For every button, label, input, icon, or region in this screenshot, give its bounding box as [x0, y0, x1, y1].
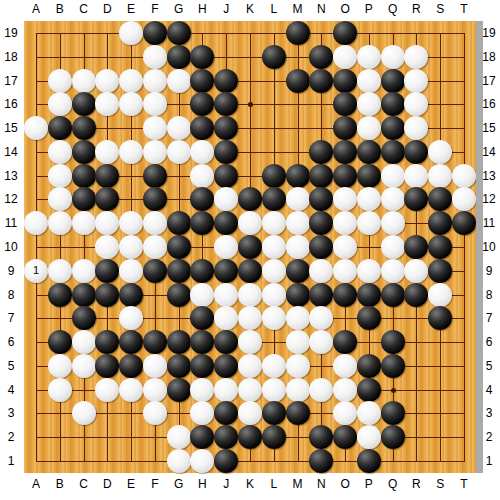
black-stone[interactable]: [143, 330, 167, 354]
column-label-top: A: [32, 2, 40, 16]
black-stone[interactable]: [309, 164, 333, 188]
white-stone[interactable]: [404, 92, 428, 116]
black-stone[interactable]: [452, 211, 476, 235]
black-stone[interactable]: [357, 140, 381, 164]
white-stone[interactable]: [48, 187, 72, 211]
black-stone[interactable]: [309, 449, 333, 473]
white-stone[interactable]: [333, 45, 357, 69]
black-stone[interactable]: [357, 449, 381, 473]
white-stone[interactable]: [167, 116, 191, 140]
black-stone[interactable]: [214, 211, 238, 235]
white-stone[interactable]: [48, 69, 72, 93]
black-stone[interactable]: [333, 116, 357, 140]
white-stone[interactable]: [190, 378, 214, 402]
black-stone[interactable]: [214, 259, 238, 283]
black-stone[interactable]: [357, 354, 381, 378]
white-stone[interactable]: [190, 164, 214, 188]
black-stone[interactable]: [167, 21, 191, 45]
black-stone[interactable]: [333, 140, 357, 164]
go-game-screenshot: 1 AABBCCDDEEFFGGHHJJKKLLMMNNOOPPQQRRSSTT…: [0, 0, 500, 500]
column-label-bottom: L: [270, 477, 277, 491]
black-stone[interactable]: [309, 425, 333, 449]
hoshi-point: [391, 388, 396, 393]
black-stone[interactable]: [381, 69, 405, 93]
white-stone[interactable]: [95, 211, 119, 235]
black-stone[interactable]: [190, 425, 214, 449]
black-stone[interactable]: [190, 306, 214, 330]
black-stone[interactable]: [119, 354, 143, 378]
white-stone[interactable]: [262, 306, 286, 330]
white-stone[interactable]: [190, 401, 214, 425]
black-stone[interactable]: [238, 425, 262, 449]
row-label-left: 17: [4, 74, 17, 88]
white-stone[interactable]: [357, 187, 381, 211]
black-stone[interactable]: [72, 283, 96, 307]
column-label-top: L: [270, 2, 277, 16]
white-stone[interactable]: [167, 425, 191, 449]
white-stone[interactable]: [309, 330, 333, 354]
black-stone[interactable]: [309, 283, 333, 307]
marked-stone-move-1[interactable]: 1: [24, 259, 48, 283]
black-stone[interactable]: [167, 378, 191, 402]
white-stone[interactable]: [357, 69, 381, 93]
white-stone[interactable]: [143, 116, 167, 140]
black-stone[interactable]: [214, 401, 238, 425]
white-stone[interactable]: [286, 187, 310, 211]
black-stone[interactable]: [167, 354, 191, 378]
white-stone[interactable]: [381, 235, 405, 259]
black-stone[interactable]: [190, 354, 214, 378]
black-stone[interactable]: [357, 378, 381, 402]
white-stone[interactable]: [119, 306, 143, 330]
row-label-left: 3: [8, 406, 15, 420]
black-stone[interactable]: [95, 354, 119, 378]
white-stone[interactable]: [381, 45, 405, 69]
black-stone[interactable]: [262, 45, 286, 69]
white-stone[interactable]: [238, 354, 262, 378]
black-stone[interactable]: [262, 425, 286, 449]
black-stone[interactable]: [72, 116, 96, 140]
white-stone[interactable]: [214, 283, 238, 307]
black-stone[interactable]: [333, 283, 357, 307]
white-stone[interactable]: [95, 140, 119, 164]
white-stone[interactable]: [72, 259, 96, 283]
black-stone[interactable]: [428, 259, 452, 283]
black-stone[interactable]: [381, 354, 405, 378]
white-stone[interactable]: [357, 401, 381, 425]
white-stone[interactable]: [143, 211, 167, 235]
column-label-bottom: G: [174, 477, 183, 491]
black-stone[interactable]: [143, 164, 167, 188]
white-stone[interactable]: [167, 69, 191, 93]
black-stone[interactable]: [333, 69, 357, 93]
black-stone[interactable]: [214, 354, 238, 378]
black-stone[interactable]: [428, 235, 452, 259]
black-stone[interactable]: [190, 92, 214, 116]
black-stone[interactable]: [262, 164, 286, 188]
black-stone[interactable]: [167, 235, 191, 259]
white-stone[interactable]: [333, 235, 357, 259]
black-stone[interactable]: [428, 187, 452, 211]
black-stone[interactable]: [357, 164, 381, 188]
white-stone[interactable]: [238, 401, 262, 425]
white-stone[interactable]: [119, 92, 143, 116]
white-stone[interactable]: [214, 306, 238, 330]
row-label-left: 16: [4, 97, 17, 111]
white-stone[interactable]: [238, 283, 262, 307]
black-stone[interactable]: [95, 164, 119, 188]
white-stone[interactable]: [309, 306, 333, 330]
white-stone[interactable]: [357, 425, 381, 449]
white-stone[interactable]: [190, 140, 214, 164]
grid-line-horizontal: [36, 461, 465, 462]
row-label-left: 12: [4, 192, 17, 206]
row-label-left: 10: [4, 240, 17, 254]
white-stone[interactable]: [48, 378, 72, 402]
column-label-bottom: R: [412, 477, 421, 491]
white-stone[interactable]: [119, 259, 143, 283]
white-stone[interactable]: [381, 164, 405, 188]
white-stone[interactable]: [428, 283, 452, 307]
black-stone[interactable]: [190, 330, 214, 354]
column-label-bottom: K: [246, 477, 254, 491]
white-stone[interactable]: [452, 187, 476, 211]
white-stone[interactable]: [119, 140, 143, 164]
white-stone[interactable]: [286, 378, 310, 402]
column-label-top: H: [198, 2, 207, 16]
black-stone[interactable]: [309, 140, 333, 164]
white-stone[interactable]: [214, 187, 238, 211]
row-label-right: 1: [486, 454, 493, 468]
black-stone[interactable]: [48, 330, 72, 354]
white-stone[interactable]: [381, 211, 405, 235]
white-stone[interactable]: [119, 235, 143, 259]
white-stone[interactable]: [24, 116, 48, 140]
row-label-left: 11: [5, 216, 17, 230]
white-stone[interactable]: [48, 140, 72, 164]
white-stone[interactable]: [190, 449, 214, 473]
black-stone[interactable]: [214, 92, 238, 116]
black-stone[interactable]: [286, 21, 310, 45]
black-stone[interactable]: [214, 140, 238, 164]
white-stone[interactable]: [333, 354, 357, 378]
column-label-top: T: [460, 2, 467, 16]
black-stone[interactable]: [143, 21, 167, 45]
black-stone[interactable]: [95, 330, 119, 354]
black-stone[interactable]: [72, 164, 96, 188]
black-stone[interactable]: [286, 69, 310, 93]
black-stone[interactable]: [119, 330, 143, 354]
white-stone[interactable]: [167, 140, 191, 164]
black-stone[interactable]: [286, 259, 310, 283]
white-stone[interactable]: [48, 211, 72, 235]
row-label-right: 18: [482, 50, 495, 64]
row-label-left: 6: [8, 335, 15, 349]
black-stone[interactable]: [381, 401, 405, 425]
row-label-right: 3: [486, 406, 493, 420]
white-stone[interactable]: [143, 235, 167, 259]
black-stone[interactable]: [190, 187, 214, 211]
black-stone[interactable]: [95, 259, 119, 283]
black-stone[interactable]: [333, 92, 357, 116]
row-label-right: 4: [486, 383, 493, 397]
white-stone[interactable]: [286, 354, 310, 378]
white-stone[interactable]: [48, 259, 72, 283]
white-stone[interactable]: [286, 330, 310, 354]
white-stone[interactable]: [143, 140, 167, 164]
black-stone[interactable]: [214, 449, 238, 473]
row-label-left: 8: [8, 288, 15, 302]
black-stone[interactable]: [428, 211, 452, 235]
white-stone[interactable]: [143, 378, 167, 402]
white-stone[interactable]: [72, 69, 96, 93]
black-stone[interactable]: [238, 187, 262, 211]
white-stone[interactable]: [357, 116, 381, 140]
white-stone[interactable]: [381, 259, 405, 283]
column-label-bottom: M: [293, 477, 303, 491]
white-stone[interactable]: [143, 69, 167, 93]
white-stone[interactable]: [309, 378, 333, 402]
white-stone[interactable]: [72, 354, 96, 378]
row-label-left: 9: [8, 264, 15, 278]
white-stone[interactable]: [95, 92, 119, 116]
black-stone[interactable]: [238, 235, 262, 259]
white-stone[interactable]: [119, 69, 143, 93]
white-stone[interactable]: [119, 21, 143, 45]
black-stone[interactable]: [309, 45, 333, 69]
white-stone[interactable]: [428, 164, 452, 188]
white-stone[interactable]: [357, 92, 381, 116]
black-stone[interactable]: [286, 283, 310, 307]
black-stone[interactable]: [381, 92, 405, 116]
row-label-left: 14: [4, 145, 17, 159]
black-stone[interactable]: [381, 116, 405, 140]
black-stone[interactable]: [238, 259, 262, 283]
black-stone[interactable]: [381, 140, 405, 164]
white-stone[interactable]: [72, 330, 96, 354]
white-stone[interactable]: [24, 211, 48, 235]
black-stone[interactable]: [214, 425, 238, 449]
black-stone[interactable]: [309, 187, 333, 211]
white-stone[interactable]: [143, 45, 167, 69]
white-stone[interactable]: [333, 378, 357, 402]
black-stone[interactable]: [48, 283, 72, 307]
white-stone[interactable]: [119, 211, 143, 235]
black-stone[interactable]: [357, 283, 381, 307]
black-stone[interactable]: [48, 116, 72, 140]
row-label-right: 8: [486, 288, 493, 302]
row-label-right: 2: [486, 430, 493, 444]
black-stone[interactable]: [214, 330, 238, 354]
column-label-bottom: O: [340, 477, 349, 491]
black-stone[interactable]: [357, 306, 381, 330]
white-stone[interactable]: [333, 187, 357, 211]
black-stone[interactable]: [333, 164, 357, 188]
black-stone[interactable]: [404, 140, 428, 164]
black-stone[interactable]: [333, 21, 357, 45]
black-stone[interactable]: [72, 306, 96, 330]
white-stone[interactable]: [404, 116, 428, 140]
black-stone[interactable]: [214, 69, 238, 93]
white-stone[interactable]: [72, 401, 96, 425]
black-stone[interactable]: [72, 140, 96, 164]
black-stone[interactable]: [428, 306, 452, 330]
black-stone[interactable]: [190, 45, 214, 69]
white-stone[interactable]: [143, 401, 167, 425]
black-stone[interactable]: [333, 425, 357, 449]
row-label-right: 5: [486, 359, 493, 373]
white-stone[interactable]: [404, 259, 428, 283]
row-label-left: 13: [4, 169, 17, 183]
white-stone[interactable]: [357, 259, 381, 283]
white-stone[interactable]: [95, 69, 119, 93]
black-stone[interactable]: [214, 164, 238, 188]
white-stone[interactable]: [262, 235, 286, 259]
black-stone[interactable]: [72, 187, 96, 211]
white-stone[interactable]: [262, 259, 286, 283]
black-stone[interactable]: [286, 401, 310, 425]
row-label-left: 7: [8, 311, 15, 325]
column-label-top: G: [174, 2, 183, 16]
white-stone[interactable]: [143, 354, 167, 378]
black-stone[interactable]: [381, 330, 405, 354]
column-label-top: O: [340, 2, 349, 16]
white-stone[interactable]: [143, 92, 167, 116]
white-stone[interactable]: [404, 45, 428, 69]
white-stone[interactable]: [119, 378, 143, 402]
black-stone[interactable]: [190, 259, 214, 283]
column-label-bottom: B: [56, 477, 64, 491]
white-stone[interactable]: [262, 354, 286, 378]
black-stone[interactable]: [167, 211, 191, 235]
white-stone[interactable]: [238, 306, 262, 330]
column-label-bottom: P: [365, 477, 373, 491]
column-label-bottom: A: [32, 477, 40, 491]
black-stone[interactable]: [262, 401, 286, 425]
white-stone[interactable]: [48, 164, 72, 188]
black-stone[interactable]: [119, 283, 143, 307]
column-label-bottom: Q: [388, 477, 397, 491]
column-label-top: D: [103, 2, 112, 16]
white-stone[interactable]: [333, 211, 357, 235]
white-stone[interactable]: [333, 259, 357, 283]
white-stone[interactable]: [381, 187, 405, 211]
black-stone[interactable]: [190, 211, 214, 235]
column-label-bottom: F: [151, 477, 158, 491]
black-stone[interactable]: [381, 425, 405, 449]
white-stone[interactable]: [333, 401, 357, 425]
white-stone[interactable]: [167, 449, 191, 473]
black-stone[interactable]: [286, 164, 310, 188]
column-label-top: E: [127, 2, 135, 16]
white-stone[interactable]: [286, 211, 310, 235]
black-stone[interactable]: [190, 116, 214, 140]
row-label-left: 1: [8, 454, 15, 468]
white-stone[interactable]: [238, 330, 262, 354]
column-label-top: P: [365, 2, 373, 16]
black-stone[interactable]: [309, 211, 333, 235]
column-label-bottom: E: [127, 477, 135, 491]
row-label-right: 19: [482, 26, 495, 40]
white-stone[interactable]: [404, 69, 428, 93]
black-stone[interactable]: [72, 92, 96, 116]
black-stone[interactable]: [404, 283, 428, 307]
row-label-left: 19: [4, 26, 17, 40]
white-stone[interactable]: [214, 235, 238, 259]
white-stone[interactable]: [262, 211, 286, 235]
column-label-top: S: [436, 2, 444, 16]
row-label-right: 12: [482, 192, 495, 206]
black-stone[interactable]: [214, 116, 238, 140]
white-stone[interactable]: [452, 164, 476, 188]
black-stone[interactable]: [167, 45, 191, 69]
white-stone[interactable]: [190, 283, 214, 307]
black-stone[interactable]: [95, 283, 119, 307]
black-stone[interactable]: [143, 187, 167, 211]
white-stone[interactable]: [309, 259, 333, 283]
row-label-left: 2: [8, 430, 15, 444]
white-stone[interactable]: [428, 140, 452, 164]
row-label-right: 17: [482, 74, 495, 88]
column-label-top: C: [79, 2, 88, 16]
column-label-top: N: [317, 2, 326, 16]
column-label-bottom: N: [317, 477, 326, 491]
row-label-right: 11: [483, 216, 495, 230]
column-label-bottom: C: [79, 477, 88, 491]
hoshi-point: [248, 102, 253, 107]
black-stone[interactable]: [167, 283, 191, 307]
white-stone[interactable]: [48, 354, 72, 378]
white-stone[interactable]: [238, 211, 262, 235]
black-stone[interactable]: [95, 187, 119, 211]
white-stone[interactable]: [286, 306, 310, 330]
white-stone[interactable]: [262, 378, 286, 402]
white-stone[interactable]: [357, 45, 381, 69]
white-stone[interactable]: [357, 211, 381, 235]
row-label-right: 16: [482, 97, 495, 111]
row-label-left: 5: [8, 359, 15, 373]
white-stone[interactable]: [95, 235, 119, 259]
white-stone[interactable]: [404, 164, 428, 188]
black-stone[interactable]: [262, 187, 286, 211]
column-label-top: M: [293, 2, 303, 16]
black-stone[interactable]: [404, 235, 428, 259]
black-stone[interactable]: [167, 330, 191, 354]
black-stone[interactable]: [309, 69, 333, 93]
white-stone[interactable]: [72, 211, 96, 235]
white-stone[interactable]: [214, 378, 238, 402]
black-stone[interactable]: [167, 259, 191, 283]
column-label-bottom: J: [223, 477, 229, 491]
row-label-left: 15: [4, 121, 17, 135]
white-stone[interactable]: [262, 283, 286, 307]
black-stone[interactable]: [309, 235, 333, 259]
black-stone[interactable]: [381, 283, 405, 307]
row-label-right: 6: [486, 335, 493, 349]
white-stone[interactable]: [95, 378, 119, 402]
column-label-bottom: T: [460, 477, 467, 491]
move-number-label: 1: [33, 265, 39, 276]
go-board[interactable]: 1: [24, 21, 476, 473]
white-stone[interactable]: [286, 235, 310, 259]
white-stone[interactable]: [238, 378, 262, 402]
white-stone[interactable]: [48, 92, 72, 116]
black-stone[interactable]: [143, 259, 167, 283]
row-label-right: 7: [486, 311, 493, 325]
black-stone[interactable]: [404, 187, 428, 211]
black-stone[interactable]: [190, 69, 214, 93]
black-stone[interactable]: [333, 330, 357, 354]
